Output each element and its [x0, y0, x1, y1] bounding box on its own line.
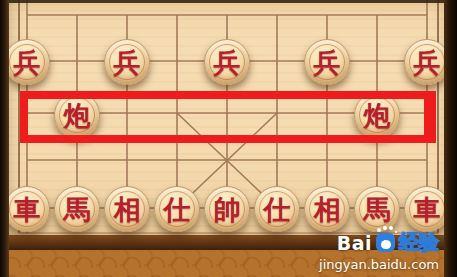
- soldier-glyph: 兵: [114, 49, 141, 76]
- baidu-watermark: Bai 经验 jingyan.baidu.com: [319, 229, 439, 272]
- piece-red-soldier-3[interactable]: 兵: [104, 39, 150, 85]
- piece-red-advisor-4[interactable]: 仕: [154, 186, 200, 232]
- piece-red-soldier-1[interactable]: 兵: [4, 39, 50, 85]
- baidu-paw-icon: [376, 233, 395, 252]
- general-glyph: 帥: [214, 196, 241, 223]
- elephant-glyph: 相: [314, 196, 341, 223]
- soldier-glyph: 兵: [214, 49, 241, 76]
- horse-glyph: 馬: [364, 196, 391, 223]
- baidu-logo-text-bai: Bai: [337, 232, 372, 254]
- window-edge-top: [0, 0, 457, 3]
- soldier-glyph: 兵: [414, 49, 441, 76]
- window-edge-left: [0, 0, 9, 277]
- piece-red-horse-2[interactable]: 馬: [54, 186, 100, 232]
- chariot-glyph: 車: [414, 196, 441, 223]
- piece-red-soldier-7[interactable]: 兵: [304, 39, 350, 85]
- baidu-logo: Bai 经验: [337, 229, 439, 256]
- piece-red-elephant-7[interactable]: 相: [304, 186, 350, 232]
- cannon-row-highlight-rectangle: [20, 91, 436, 143]
- piece-red-chariot-1[interactable]: 車: [4, 186, 50, 232]
- piece-red-elephant-3[interactable]: 相: [104, 186, 150, 232]
- horse-glyph: 馬: [64, 196, 91, 223]
- soldier-glyph: 兵: [14, 49, 41, 76]
- piece-red-horse-8[interactable]: 馬: [354, 186, 400, 232]
- window-edge-right: [444, 0, 457, 277]
- soldier-glyph: 兵: [314, 49, 341, 76]
- advisor-glyph: 仕: [264, 196, 291, 223]
- advisor-glyph: 仕: [164, 196, 191, 223]
- piece-red-general-5[interactable]: 帥: [204, 186, 250, 232]
- baidu-logo-text-jingyan: 经验: [399, 229, 439, 256]
- chariot-glyph: 車: [14, 196, 41, 223]
- xiangqi-game-screen: 兵 兵 兵 兵 兵 炮 炮 車 馬 相 仕 帥 仕 相 馬 車 Bai 经验 j…: [0, 0, 457, 277]
- piece-red-soldier-5[interactable]: 兵: [204, 39, 250, 85]
- piece-red-advisor-6[interactable]: 仕: [254, 186, 300, 232]
- elephant-glyph: 相: [114, 196, 141, 223]
- baidu-watermark-url: jingyan.baidu.com: [319, 257, 439, 272]
